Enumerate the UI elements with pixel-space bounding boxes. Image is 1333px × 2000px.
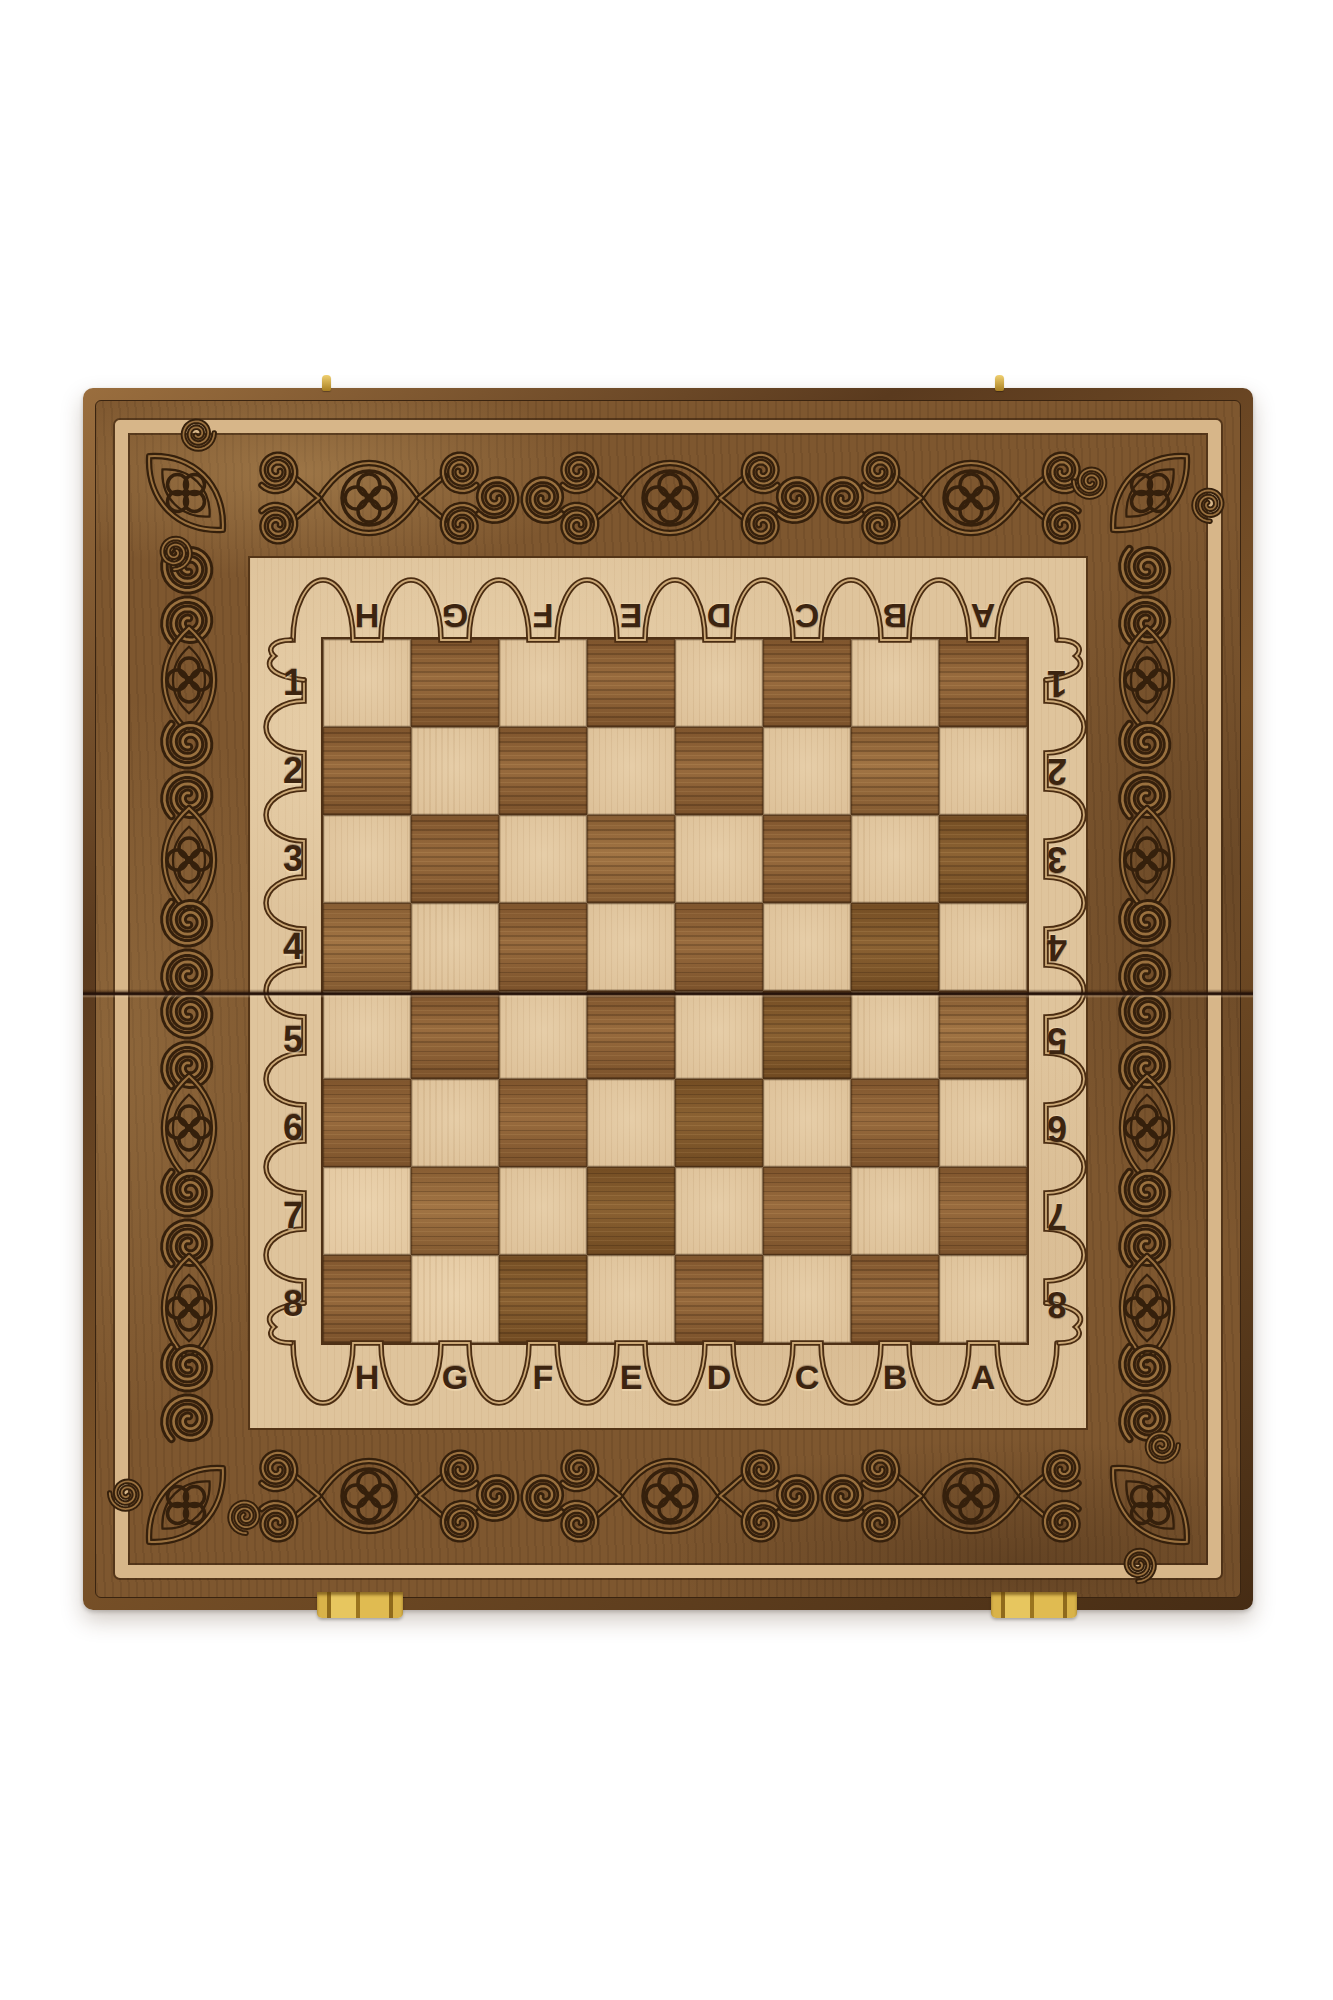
square-f8[interactable] [499,1255,587,1343]
rank-label: 4 [276,903,310,991]
square-e6[interactable] [587,1079,675,1167]
square-f6[interactable] [499,1079,587,1167]
rank-label: 4 [1040,903,1074,991]
square-f1[interactable] [499,639,587,727]
file-label: H [323,1358,411,1397]
square-e1[interactable] [587,639,675,727]
square-g1[interactable] [411,639,499,727]
square-c8[interactable] [763,1255,851,1343]
file-label: D [675,596,763,635]
file-label: C [763,596,851,635]
square-d3[interactable] [675,815,763,903]
file-label: E [587,596,675,635]
brass-hinge-left [317,1592,403,1618]
square-d6[interactable] [675,1079,763,1167]
square-f3[interactable] [499,815,587,903]
square-d1[interactable] [675,639,763,727]
brass-latch-pin-left [322,375,331,391]
rank-label: 1 [276,639,310,727]
square-b4[interactable] [851,903,939,991]
square-e8[interactable] [587,1255,675,1343]
square-g3[interactable] [411,815,499,903]
square-c3[interactable] [763,815,851,903]
square-b3[interactable] [851,815,939,903]
file-label: F [499,596,587,635]
square-c2[interactable] [763,727,851,815]
square-d2[interactable] [675,727,763,815]
square-d7[interactable] [675,1167,763,1255]
square-a1[interactable] [939,639,1027,727]
rank-label: 8 [1040,1260,1074,1348]
square-a8[interactable] [939,1255,1027,1343]
square-f2[interactable] [499,727,587,815]
square-g8[interactable] [411,1255,499,1343]
file-label: B [851,596,939,635]
square-a5[interactable] [939,991,1027,1079]
square-c6[interactable] [763,1079,851,1167]
square-g4[interactable] [411,903,499,991]
file-label: E [587,1358,675,1397]
square-f5[interactable] [499,991,587,1079]
square-g5[interactable] [411,991,499,1079]
brass-hinge-right [991,1592,1077,1618]
rank-label: 2 [276,727,310,815]
square-d4[interactable] [675,903,763,991]
brass-latch-pin-right [995,375,1004,391]
rank-label: 8 [276,1260,310,1348]
rank-label: 5 [1040,996,1074,1084]
file-labels-top: HGFEDCBA [323,596,1027,632]
file-label: A [939,1358,1027,1397]
square-a7[interactable] [939,1167,1027,1255]
square-b1[interactable] [851,639,939,727]
rank-label: 2 [1040,727,1074,815]
square-h4[interactable] [323,903,411,991]
square-c5[interactable] [763,991,851,1079]
square-a4[interactable] [939,903,1027,991]
chess-box: HGFEDCBA HGFEDCBA 12345678 12345678 [83,388,1253,1610]
fold-seam [83,989,1253,998]
square-b5[interactable] [851,991,939,1079]
square-d5[interactable] [675,991,763,1079]
file-label: C [763,1358,851,1397]
rank-label: 3 [276,815,310,903]
square-g6[interactable] [411,1079,499,1167]
file-label: B [851,1358,939,1397]
square-c7[interactable] [763,1167,851,1255]
rank-label: 7 [1040,1172,1074,1260]
square-f4[interactable] [499,903,587,991]
rank-label: 3 [1040,815,1074,903]
square-g7[interactable] [411,1167,499,1255]
square-e3[interactable] [587,815,675,903]
rank-label: 6 [276,1084,310,1172]
square-e7[interactable] [587,1167,675,1255]
square-d8[interactable] [675,1255,763,1343]
file-label: G [411,1358,499,1397]
square-a2[interactable] [939,727,1027,815]
rank-label: 5 [276,996,310,1084]
square-c4[interactable] [763,903,851,991]
square-f7[interactable] [499,1167,587,1255]
square-h6[interactable] [323,1079,411,1167]
file-label: A [939,596,1027,635]
square-b2[interactable] [851,727,939,815]
square-h5[interactable] [323,991,411,1079]
square-h1[interactable] [323,639,411,727]
rank-label: 7 [276,1172,310,1260]
square-c1[interactable] [763,639,851,727]
rank-label: 1 [1040,639,1074,727]
square-a3[interactable] [939,815,1027,903]
square-h7[interactable] [323,1167,411,1255]
square-a6[interactable] [939,1079,1027,1167]
file-label: F [499,1358,587,1397]
square-h8[interactable] [323,1255,411,1343]
square-e2[interactable] [587,727,675,815]
square-e4[interactable] [587,903,675,991]
square-g2[interactable] [411,727,499,815]
file-label: D [675,1358,763,1397]
square-e5[interactable] [587,991,675,1079]
rank-label: 6 [1040,1084,1074,1172]
file-label: H [323,596,411,635]
photo-background: HGFEDCBA HGFEDCBA 12345678 12345678 [0,0,1333,2000]
square-h3[interactable] [323,815,411,903]
square-b8[interactable] [851,1255,939,1343]
file-labels-bottom: HGFEDCBA [323,1358,1027,1394]
square-b6[interactable] [851,1079,939,1167]
square-h2[interactable] [323,727,411,815]
square-b7[interactable] [851,1167,939,1255]
file-label: G [411,596,499,635]
